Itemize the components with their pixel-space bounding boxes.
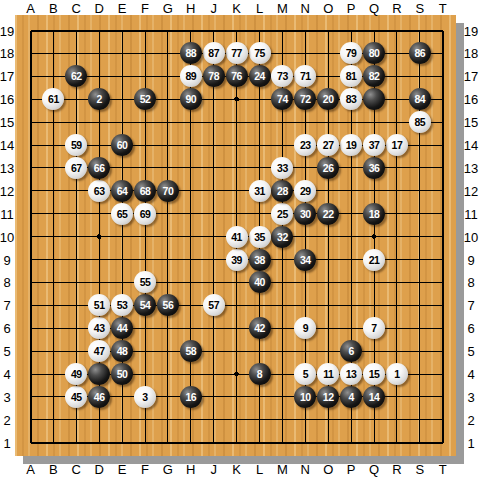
stone-q14-white: 37 bbox=[363, 134, 385, 156]
row-label-left: 4 bbox=[3, 367, 10, 382]
column-label-bottom: T bbox=[439, 462, 447, 477]
row-label-left: 7 bbox=[3, 298, 10, 313]
row-label-left: 12 bbox=[0, 183, 14, 198]
row-label-right: 1 bbox=[467, 435, 474, 450]
column-label-top: O bbox=[323, 1, 333, 16]
stone-k9-white: 39 bbox=[226, 249, 248, 271]
stone-l6-black: 42 bbox=[249, 317, 271, 339]
column-label-bottom: M bbox=[277, 462, 288, 477]
column-label-top: H bbox=[186, 1, 195, 16]
column-label-bottom: N bbox=[301, 462, 310, 477]
row-label-right: 13 bbox=[464, 160, 478, 175]
row-label-right: 12 bbox=[464, 183, 478, 198]
column-label-top: F bbox=[141, 1, 149, 16]
stone-n9-black: 34 bbox=[294, 249, 316, 271]
stone-h3-black: 16 bbox=[180, 386, 202, 408]
row-label-left: 5 bbox=[3, 344, 10, 359]
row-label-left: 14 bbox=[0, 138, 14, 153]
stone-q9-white: 21 bbox=[363, 249, 385, 271]
row-label-right: 4 bbox=[467, 367, 474, 382]
stone-n12-white: 29 bbox=[294, 180, 316, 202]
column-label-top: E bbox=[118, 1, 127, 16]
goban[interactable]: 1234567891011121314151617181920212223242… bbox=[15, 15, 456, 456]
column-label-bottom: A bbox=[26, 462, 35, 477]
column-label-bottom: F bbox=[141, 462, 149, 477]
row-label-right: 11 bbox=[464, 206, 478, 221]
column-label-top: A bbox=[26, 1, 35, 16]
stone-l9-black: 38 bbox=[249, 249, 271, 271]
stone-o11-black: 22 bbox=[317, 203, 339, 225]
column-label-top: M bbox=[277, 1, 288, 16]
stone-l4-black: 8 bbox=[249, 363, 271, 385]
column-label-bottom: G bbox=[163, 462, 173, 477]
stone-q13-black: 36 bbox=[363, 157, 385, 179]
row-label-left: 11 bbox=[0, 206, 14, 221]
row-label-right: 18 bbox=[464, 46, 478, 61]
row-label-right: 17 bbox=[464, 69, 478, 84]
stone-h17-white: 89 bbox=[180, 65, 202, 87]
stone-f11-white: 69 bbox=[134, 203, 156, 225]
row-label-left: 19 bbox=[0, 23, 14, 38]
stone-j18-white: 87 bbox=[203, 42, 225, 64]
column-label-bottom: E bbox=[118, 462, 127, 477]
column-label-top: P bbox=[347, 1, 356, 16]
stone-s15-white: 85 bbox=[409, 111, 431, 133]
row-label-left: 16 bbox=[0, 92, 14, 107]
stone-p3-black: 4 bbox=[340, 386, 362, 408]
row-label-right: 14 bbox=[464, 138, 478, 153]
column-label-bottom: K bbox=[232, 462, 241, 477]
column-label-top: T bbox=[439, 1, 447, 16]
row-label-right: 2 bbox=[467, 412, 474, 427]
stone-l10-white: 35 bbox=[249, 226, 271, 248]
column-label-bottom: L bbox=[256, 462, 263, 477]
column-label-bottom: C bbox=[72, 462, 81, 477]
stone-j7-white: 57 bbox=[203, 294, 225, 316]
column-label-bottom: D bbox=[94, 462, 103, 477]
row-label-left: 6 bbox=[3, 321, 10, 336]
row-label-left: 18 bbox=[0, 46, 14, 61]
stone-l12-white: 31 bbox=[249, 180, 271, 202]
stone-q3-black: 14 bbox=[363, 386, 385, 408]
star-point bbox=[234, 97, 239, 102]
row-label-right: 15 bbox=[464, 115, 478, 130]
stone-q11-black: 18 bbox=[363, 203, 385, 225]
row-label-right: 16 bbox=[464, 92, 478, 107]
stone-r4-white: 1 bbox=[386, 363, 408, 385]
stone-e11-white: 65 bbox=[111, 203, 133, 225]
row-label-left: 15 bbox=[0, 115, 14, 130]
row-label-right: 6 bbox=[467, 321, 474, 336]
column-label-bottom: O bbox=[323, 462, 333, 477]
star-point bbox=[372, 234, 377, 239]
star-point bbox=[97, 234, 102, 239]
column-label-top: B bbox=[49, 1, 58, 16]
row-label-left: 9 bbox=[3, 252, 10, 267]
stone-r14-white: 17 bbox=[386, 134, 408, 156]
row-label-left: 13 bbox=[0, 160, 14, 175]
stone-k18-white: 77 bbox=[226, 42, 248, 64]
column-label-top: Q bbox=[369, 1, 379, 16]
stone-m11-white: 25 bbox=[271, 203, 293, 225]
stone-p14-white: 19 bbox=[340, 134, 362, 156]
row-label-left: 1 bbox=[3, 435, 10, 450]
stone-k10-white: 41 bbox=[226, 226, 248, 248]
stone-g12-black: 70 bbox=[157, 180, 179, 202]
stone-e12-black: 64 bbox=[111, 180, 133, 202]
row-label-left: 8 bbox=[3, 275, 10, 290]
column-label-top: C bbox=[72, 1, 81, 16]
column-label-bottom: Q bbox=[369, 462, 379, 477]
row-label-left: 17 bbox=[0, 69, 14, 84]
row-label-right: 8 bbox=[467, 275, 474, 290]
column-label-top: N bbox=[301, 1, 310, 16]
row-label-left: 3 bbox=[3, 389, 10, 404]
column-label-top: L bbox=[256, 1, 263, 16]
stone-o3-black: 12 bbox=[317, 386, 339, 408]
column-label-top: G bbox=[163, 1, 173, 16]
stone-k17-black: 76 bbox=[226, 65, 248, 87]
row-label-left: 2 bbox=[3, 412, 10, 427]
stone-j17-black: 78 bbox=[203, 65, 225, 87]
column-label-top: S bbox=[415, 1, 424, 16]
stone-d3-black: 46 bbox=[88, 386, 110, 408]
stone-d13-black: 66 bbox=[88, 157, 110, 179]
star-point bbox=[234, 372, 239, 377]
stone-d12-white: 63 bbox=[88, 180, 110, 202]
row-label-left: 10 bbox=[0, 229, 14, 244]
stone-s16-black: 84 bbox=[409, 88, 431, 110]
stone-l8-black: 40 bbox=[249, 271, 271, 293]
column-label-bottom: J bbox=[210, 462, 217, 477]
column-label-bottom: S bbox=[415, 462, 424, 477]
stone-m10-black: 32 bbox=[271, 226, 293, 248]
stone-e4-black: 50 bbox=[111, 363, 133, 385]
stone-h5-black: 58 bbox=[180, 340, 202, 362]
row-label-right: 19 bbox=[464, 23, 478, 38]
stone-n11-black: 30 bbox=[294, 203, 316, 225]
column-label-top: J bbox=[210, 1, 217, 16]
column-label-bottom: H bbox=[186, 462, 195, 477]
stone-o13-black: 26 bbox=[317, 157, 339, 179]
row-label-right: 9 bbox=[467, 252, 474, 267]
stone-e14-black: 60 bbox=[111, 134, 133, 156]
stone-f3-white: 3 bbox=[134, 386, 156, 408]
stone-p4-white: 13 bbox=[340, 363, 362, 385]
row-label-right: 10 bbox=[464, 229, 478, 244]
stone-f12-black: 68 bbox=[134, 180, 156, 202]
stone-l18-white: 75 bbox=[249, 42, 271, 64]
stone-l17-black: 24 bbox=[249, 65, 271, 87]
stone-h16-black: 90 bbox=[180, 88, 202, 110]
column-label-top: K bbox=[232, 1, 241, 16]
row-label-right: 7 bbox=[467, 298, 474, 313]
column-label-bottom: B bbox=[49, 462, 58, 477]
column-label-bottom: P bbox=[347, 462, 356, 477]
row-label-right: 3 bbox=[467, 389, 474, 404]
row-label-right: 5 bbox=[467, 344, 474, 359]
go-board-diagram: 1234567891011121314151617181920212223242… bbox=[0, 0, 480, 480]
column-label-top: R bbox=[392, 1, 401, 16]
column-label-bottom: R bbox=[392, 462, 401, 477]
column-label-top: D bbox=[94, 1, 103, 16]
stone-q4-white: 15 bbox=[363, 363, 385, 385]
